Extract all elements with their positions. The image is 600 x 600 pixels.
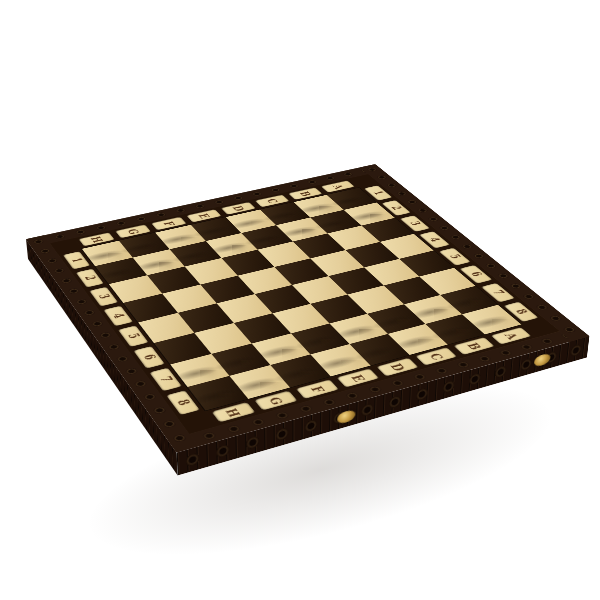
rank-label-right-2-text: 2 — [389, 205, 404, 211]
pawn-glyph: ♟ — [143, 211, 173, 266]
knight-glyph: ♞ — [237, 304, 283, 386]
rook-glyph: ♜ — [472, 255, 510, 324]
brass-clasp — [534, 352, 551, 367]
pawn-glyph: ♟ — [217, 195, 247, 248]
rook-glyph: ♜ — [197, 323, 238, 397]
pawn-glyph: ♟ — [180, 203, 210, 257]
rank-label-left-5-text: 5 — [125, 332, 142, 340]
pawn-glyph: ♟ — [252, 187, 281, 240]
pawn-glyph: ♟ — [321, 173, 350, 225]
pawn-glyph: ♟ — [106, 219, 137, 274]
pawn-glyph: ♟ — [287, 180, 316, 232]
chess-set-photo: HHGGFFEEDDCCBBAA1122334455667788♜♞♝♚♛♝♞♜… — [0, 0, 600, 600]
brass-clasp — [337, 409, 355, 425]
rank-label-left-1-text: 1 — [69, 257, 85, 263]
file-label-near-d-text: D — [387, 362, 407, 372]
